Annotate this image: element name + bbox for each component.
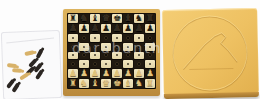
piece-knob [35,57,39,61]
square-e7: ♟ [112,24,122,33]
peg-hole [83,54,85,56]
piece-knob [17,81,21,85]
square-d1: ♛ [101,79,111,88]
peg-hole [138,63,140,65]
square-f4 [123,52,133,60]
peg-hole [105,54,107,56]
square-f8: ♝ [123,14,133,23]
peg-hole [116,46,118,48]
peg-hole [116,63,118,65]
peg-hole [94,63,96,65]
square-g7: ♟ [134,24,144,33]
square-g4 [134,52,144,60]
square-b8: ♞ [79,14,89,23]
square-d2: ♟ [101,69,111,78]
square-a1: ♜ [68,79,78,88]
square-a5 [68,43,78,51]
square-h4 [145,52,155,60]
square-d3 [101,60,111,68]
square-h8: ♜ [145,14,155,23]
white-p-piece: ♟ [102,69,110,78]
black-k-piece: ♚ [113,14,121,23]
black-p-piece: ♟ [135,24,143,33]
embossed-knight-icon [164,10,257,93]
square-f6 [123,34,133,42]
black-q-piece: ♛ [102,14,110,23]
white-n-piece: ♞ [80,79,88,88]
loose-cream-piece [24,50,35,56]
box-lid-edge [164,92,259,99]
white-p-piece: ♟ [135,69,143,78]
black-n-piece: ♞ [135,14,143,23]
square-g2: ♟ [134,69,144,78]
white-n-piece: ♞ [135,79,143,88]
peg-hole [127,63,129,65]
peg-hole [83,46,85,48]
square-h6 [145,34,155,42]
square-c2: ♟ [90,69,100,78]
square-d5 [101,43,111,51]
white-r-piece: ♜ [69,79,77,88]
bag-crease [6,38,54,44]
photo-travel-chess-set: ♜♞♝♛♚♝♞♜♟♟♟♟♟♟♟♟♟♟♟♟♟♟♟♟♜♞♝♛♚♝♞♜ daraban… [0,0,260,99]
piece-knob [40,47,44,51]
white-k-piece: ♚ [113,79,121,88]
piece-knob [39,61,43,65]
square-g1: ♞ [134,79,144,88]
peg-hole [149,46,151,48]
piece-knob [40,68,44,72]
black-r-piece: ♜ [69,14,77,23]
square-c1: ♝ [90,79,100,88]
square-e4 [112,52,122,60]
square-c6 [90,34,100,42]
square-d4 [101,52,111,60]
square-c3 [90,60,100,68]
square-b6 [79,34,89,42]
square-d8: ♛ [101,14,111,23]
square-f3 [123,60,133,68]
square-h3 [145,60,155,68]
chess-board-frame: ♜♞♝♛♚♝♞♜♟♟♟♟♟♟♟♟♟♟♟♟♟♟♟♟♜♞♝♛♚♝♞♜ [63,9,160,96]
peg-hole [94,37,96,39]
black-p-piece: ♟ [69,24,77,33]
chess-board: ♜♞♝♛♚♝♞♜♟♟♟♟♟♟♟♟♟♟♟♟♟♟♟♟♜♞♝♛♚♝♞♜ [67,13,156,89]
white-p-piece: ♟ [91,69,99,78]
square-a3 [68,60,78,68]
peg-hole [83,63,85,65]
loose-cream-piece [12,68,22,73]
spare-pieces-bag [1,30,62,99]
square-c8: ♝ [90,14,100,23]
square-e8: ♚ [112,14,122,23]
square-b1: ♞ [79,79,89,88]
peg-hole [149,54,151,56]
box-lid [162,8,259,95]
peg-hole [127,54,129,56]
peg-hole [127,37,129,39]
square-f7: ♟ [123,24,133,33]
piece-knob [21,69,24,72]
peg-hole [149,63,151,65]
white-p-piece: ♟ [146,69,154,78]
square-e2: ♟ [112,69,122,78]
square-f5 [123,43,133,51]
white-p-piece: ♟ [80,69,88,78]
peg-hole [105,37,107,39]
square-h2: ♟ [145,69,155,78]
peg-hole [72,54,74,56]
square-a8: ♜ [68,14,78,23]
square-e5 [112,43,122,51]
square-g5 [134,43,144,51]
white-b-piece: ♝ [124,79,132,88]
peg-hole [149,37,151,39]
white-b-piece: ♝ [91,79,99,88]
square-e3 [112,60,122,68]
black-p-piece: ♟ [146,24,154,33]
black-r-piece: ♜ [146,14,154,23]
peg-hole [72,63,74,65]
square-h5 [145,43,155,51]
black-b-piece: ♝ [124,14,132,23]
peg-hole [138,54,140,56]
white-r-piece: ♜ [146,79,154,88]
peg-hole [116,37,118,39]
peg-hole [105,46,107,48]
square-d7: ♟ [101,24,111,33]
square-b3 [79,60,89,68]
black-p-piece: ♟ [91,24,99,33]
black-p-piece: ♟ [124,24,132,33]
white-p-piece: ♟ [113,69,121,78]
square-e1: ♚ [112,79,122,88]
peg-hole [72,37,74,39]
white-p-piece: ♟ [124,69,132,78]
square-f2: ♟ [123,69,133,78]
square-h7: ♟ [145,24,155,33]
square-f1: ♝ [123,79,133,88]
black-p-piece: ♟ [102,24,110,33]
square-b2: ♟ [79,69,89,78]
square-g6 [134,34,144,42]
black-p-piece: ♟ [113,24,121,33]
white-p-piece: ♟ [69,69,77,78]
peg-hole [72,46,74,48]
square-e6 [112,34,122,42]
piece-knob [27,71,31,75]
peg-hole [138,46,140,48]
black-b-piece: ♝ [91,14,99,23]
piece-knob [12,77,16,81]
black-n-piece: ♞ [80,14,88,23]
peg-hole [127,46,129,48]
peg-hole [105,63,107,65]
peg-hole [116,54,118,56]
peg-hole [83,37,85,39]
square-a7: ♟ [68,24,78,33]
square-b7: ♟ [79,24,89,33]
square-a6 [68,34,78,42]
square-c5 [90,43,100,51]
square-c7: ♟ [90,24,100,33]
square-b4 [79,52,89,60]
square-c4 [90,52,100,60]
white-q-piece: ♛ [102,79,110,88]
square-d6 [101,34,111,42]
square-a2: ♟ [68,69,78,78]
square-g8: ♞ [134,14,144,23]
square-a4 [68,52,78,60]
black-p-piece: ♟ [80,24,88,33]
square-h1: ♜ [145,79,155,88]
peg-hole [94,54,96,56]
peg-hole [138,37,140,39]
loose-cream-piece [19,72,30,81]
peg-hole [94,46,96,48]
square-g3 [134,60,144,68]
square-b5 [79,43,89,51]
